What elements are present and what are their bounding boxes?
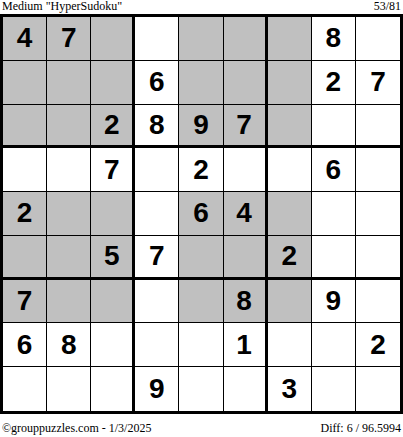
cell-r8c4-empty[interactable] (135, 323, 179, 367)
copyright-text: ©grouppuzzles.com - 1/3/2025 (2, 421, 151, 435)
cell-r9c1-empty[interactable] (3, 367, 47, 411)
cell-r9c9-empty[interactable] (356, 367, 400, 411)
cell-r2c1-empty[interactable] (3, 61, 47, 105)
cell-r1c1-given[interactable]: 4 (3, 17, 47, 61)
cell-r7c5-empty[interactable] (179, 280, 223, 324)
cell-r6c6-empty[interactable] (224, 236, 268, 280)
cell-r6c9-empty[interactable] (356, 236, 400, 280)
cell-r4c7-empty[interactable] (268, 148, 312, 192)
cell-r3c6-given[interactable]: 7 (224, 105, 268, 149)
cells-remaining-counter: 53/81 (374, 0, 401, 13)
cell-r7c2-empty[interactable] (47, 280, 91, 324)
cell-r3c5-given[interactable]: 9 (179, 105, 223, 149)
cell-r5c5-given[interactable]: 6 (179, 192, 223, 236)
cell-r7c6-given[interactable]: 8 (224, 280, 268, 324)
cell-r2c6-empty[interactable] (224, 61, 268, 105)
footer: ©grouppuzzles.com - 1/3/2025 Diff: 6 / 9… (0, 421, 403, 435)
cell-r7c3-empty[interactable] (91, 280, 135, 324)
cell-r5c9-empty[interactable] (356, 192, 400, 236)
cell-r9c6-empty[interactable] (224, 367, 268, 411)
cell-r1c9-empty[interactable] (356, 17, 400, 61)
cell-r9c5-empty[interactable] (179, 367, 223, 411)
cell-r4c8-given[interactable]: 6 (312, 148, 356, 192)
cell-r7c7-empty[interactable] (268, 280, 312, 324)
cell-r6c5-empty[interactable] (179, 236, 223, 280)
cell-r8c9-given[interactable]: 2 (356, 323, 400, 367)
cell-r7c8-given[interactable]: 9 (312, 280, 356, 324)
cell-r6c4-given[interactable]: 7 (135, 236, 179, 280)
cell-r1c2-given[interactable]: 7 (47, 17, 91, 61)
cell-r2c2-empty[interactable] (47, 61, 91, 105)
cell-r6c3-given[interactable]: 5 (91, 236, 135, 280)
cell-r7c1-given[interactable]: 7 (3, 280, 47, 324)
header: Medium "HyperSudoku" 53/81 (0, 0, 403, 14)
cell-r8c1-given[interactable]: 6 (3, 323, 47, 367)
cell-r4c6-empty[interactable] (224, 148, 268, 192)
cell-r5c8-empty[interactable] (312, 192, 356, 236)
cell-r9c4-given[interactable]: 9 (135, 367, 179, 411)
cell-r5c6-given[interactable]: 4 (224, 192, 268, 236)
cell-r6c7-given[interactable]: 2 (268, 236, 312, 280)
cell-r8c2-given[interactable]: 8 (47, 323, 91, 367)
cell-r1c6-empty[interactable] (224, 17, 268, 61)
cell-r6c1-empty[interactable] (3, 236, 47, 280)
cell-r3c2-empty[interactable] (47, 105, 91, 149)
cell-r4c2-empty[interactable] (47, 148, 91, 192)
cell-r6c2-empty[interactable] (47, 236, 91, 280)
cell-r2c9-given[interactable]: 7 (356, 61, 400, 105)
cell-r5c7-empty[interactable] (268, 192, 312, 236)
cell-r1c4-empty[interactable] (135, 17, 179, 61)
cell-r4c4-empty[interactable] (135, 148, 179, 192)
cell-r9c3-empty[interactable] (91, 367, 135, 411)
cell-r5c3-empty[interactable] (91, 192, 135, 236)
cell-r3c7-empty[interactable] (268, 105, 312, 149)
cell-r4c3-given[interactable]: 7 (91, 148, 135, 192)
cell-r2c8-given[interactable]: 2 (312, 61, 356, 105)
cell-r2c3-empty[interactable] (91, 61, 135, 105)
cell-r8c3-empty[interactable] (91, 323, 135, 367)
cell-r7c4-empty[interactable] (135, 280, 179, 324)
cell-r4c9-empty[interactable] (356, 148, 400, 192)
cell-r3c4-given[interactable]: 8 (135, 105, 179, 149)
cell-r3c1-empty[interactable] (3, 105, 47, 149)
cell-r5c4-empty[interactable] (135, 192, 179, 236)
cell-r4c5-given[interactable]: 2 (179, 148, 223, 192)
cell-r2c4-given[interactable]: 6 (135, 61, 179, 105)
cell-r9c8-empty[interactable] (312, 367, 356, 411)
cell-r2c5-empty[interactable] (179, 61, 223, 105)
cell-r7c9-empty[interactable] (356, 280, 400, 324)
puzzle-title: Medium "HyperSudoku" (2, 0, 122, 13)
sudoku-board: 4786272897726264572789681293 (0, 14, 403, 414)
cell-r3c9-empty[interactable] (356, 105, 400, 149)
cell-r2c7-empty[interactable] (268, 61, 312, 105)
cell-r9c2-empty[interactable] (47, 367, 91, 411)
cell-r6c8-empty[interactable] (312, 236, 356, 280)
cell-r8c7-empty[interactable] (268, 323, 312, 367)
cell-r1c3-empty[interactable] (91, 17, 135, 61)
cell-r1c5-empty[interactable] (179, 17, 223, 61)
cell-r5c1-given[interactable]: 2 (3, 192, 47, 236)
cell-r8c6-given[interactable]: 1 (224, 323, 268, 367)
cell-r5c2-empty[interactable] (47, 192, 91, 236)
cell-r9c7-given[interactable]: 3 (268, 367, 312, 411)
cell-r8c8-empty[interactable] (312, 323, 356, 367)
cell-r3c3-given[interactable]: 2 (91, 105, 135, 149)
cell-r1c8-given[interactable]: 8 (312, 17, 356, 61)
cell-r3c8-empty[interactable] (312, 105, 356, 149)
cell-r8c5-empty[interactable] (179, 323, 223, 367)
cell-r1c7-empty[interactable] (268, 17, 312, 61)
cell-r4c1-empty[interactable] (3, 148, 47, 192)
difficulty-text: Diff: 6 / 96.5994 (321, 421, 401, 435)
